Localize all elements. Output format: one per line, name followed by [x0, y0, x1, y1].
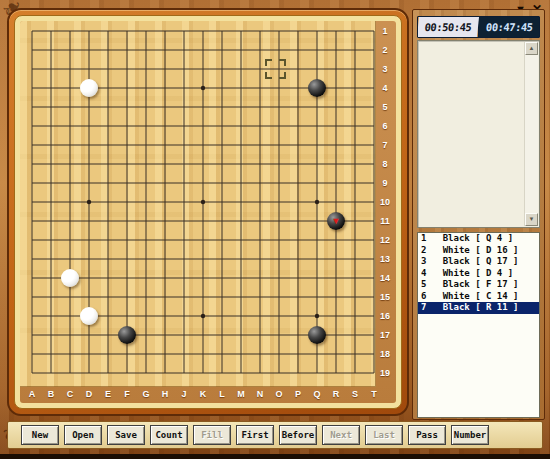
move-list[interactable]: 1 Black [ Q 4 ]2 White [ D 16 ]3 Black […: [417, 232, 540, 418]
col-label-F: F: [118, 389, 136, 399]
move-list-row-6[interactable]: 6 White [ C 14 ]: [418, 291, 539, 303]
cursor-corner-tl: [265, 59, 272, 66]
next-button: Next: [322, 425, 360, 445]
clock-right-display: 00:47:45: [478, 17, 539, 37]
right-panel: 00:50:45 00:47:45 ▲ ▼ 1 Black [ Q 4 ]2 W…: [412, 9, 545, 420]
col-label-T: T: [365, 389, 383, 399]
count-button[interactable]: Count: [150, 425, 188, 445]
move-list-row-3[interactable]: 3 Black [ Q 17 ]: [418, 256, 539, 268]
toolbar: NewOpenSaveCountFillFirstBeforeNextLastP…: [7, 421, 543, 449]
stone-black-F17: [118, 326, 136, 344]
go-game-window: ❧ ❧ ❧ ▼ ✕ ▼ ABCDEFGHJKLMNOPQRST 12345678…: [0, 0, 550, 459]
stone-black-Q4: [308, 79, 326, 97]
info-list-scrollbar[interactable]: ▲ ▼: [524, 42, 538, 226]
board-ring: ▼ ABCDEFGHJKLMNOPQRST 123456789101112131…: [14, 15, 402, 409]
game-clock: 00:50:45 00:47:45: [417, 16, 540, 38]
col-label-E: E: [99, 389, 117, 399]
row-label-18: 18: [376, 349, 394, 359]
window-bottom-edge: [0, 454, 550, 459]
col-label-R: R: [327, 389, 345, 399]
row-label-6: 6: [376, 121, 394, 131]
row-label-2: 2: [376, 45, 394, 55]
row-label-12: 12: [376, 235, 394, 245]
row-label-5: 5: [376, 102, 394, 112]
col-label-C: C: [61, 389, 79, 399]
row-label-16: 16: [376, 311, 394, 321]
row-label-1: 1: [376, 26, 394, 36]
cursor-corner-tr: [279, 59, 286, 66]
board-frame: ▼ ABCDEFGHJKLMNOPQRST 123456789101112131…: [7, 8, 409, 416]
col-label-A: A: [23, 389, 41, 399]
clock-right-time: 00:47:45: [485, 21, 533, 33]
row-label-17: 17: [376, 330, 394, 340]
row-label-4: 4: [376, 83, 394, 93]
last-button: Last: [365, 425, 403, 445]
row-label-14: 14: [376, 273, 394, 283]
row-label-13: 13: [376, 254, 394, 264]
scroll-down-icon[interactable]: ▼: [525, 213, 538, 226]
move-list-row-5[interactable]: 5 Black [ F 17 ]: [418, 279, 539, 291]
save-button[interactable]: Save: [107, 425, 145, 445]
col-label-S: S: [346, 389, 364, 399]
info-listbox[interactable]: ▲ ▼: [417, 40, 540, 228]
row-label-3: 3: [376, 64, 394, 74]
go-board[interactable]: ▼: [20, 21, 376, 387]
stone-white-C14: [61, 269, 79, 287]
open-button[interactable]: Open: [64, 425, 102, 445]
board-content: ▼ ABCDEFGHJKLMNOPQRST 123456789101112131…: [20, 21, 396, 403]
row-label-9: 9: [376, 178, 394, 188]
stone-black-Q17: [308, 326, 326, 344]
row-labels: 12345678910111213141516171819: [376, 21, 396, 387]
fill-button: Fill: [193, 425, 231, 445]
col-label-K: K: [194, 389, 212, 399]
stone-white-D16: [80, 307, 98, 325]
cursor-corner-br: [279, 72, 286, 79]
row-label-15: 15: [376, 292, 394, 302]
row-label-8: 8: [376, 159, 394, 169]
col-label-P: P: [289, 389, 307, 399]
pass-button[interactable]: Pass: [408, 425, 446, 445]
column-labels: ABCDEFGHJKLMNOPQRST: [20, 387, 376, 403]
col-label-O: O: [270, 389, 288, 399]
row-label-10: 10: [376, 197, 394, 207]
move-list-row-1[interactable]: 1 Black [ Q 4 ]: [418, 233, 539, 245]
number-button[interactable]: Number: [451, 425, 489, 445]
new-button[interactable]: New: [21, 425, 59, 445]
scroll-up-icon[interactable]: ▲: [525, 42, 538, 55]
first-button[interactable]: First: [236, 425, 274, 445]
move-list-row-4[interactable]: 4 White [ D 4 ]: [418, 268, 539, 280]
clock-left-display: 00:50:45: [417, 17, 479, 37]
col-label-Q: Q: [308, 389, 326, 399]
row-label-19: 19: [376, 368, 394, 378]
col-label-B: B: [42, 389, 60, 399]
row-label-7: 7: [376, 140, 394, 150]
board-cursor-mark: [265, 59, 286, 79]
cursor-corner-bl: [265, 72, 272, 79]
stone-white-D4: [80, 79, 98, 97]
move-list-row-2[interactable]: 2 White [ D 16 ]: [418, 245, 539, 257]
col-label-D: D: [80, 389, 98, 399]
row-label-11: 11: [376, 216, 394, 226]
move-list-row-7[interactable]: 7 Black [ R 11 ]: [418, 302, 539, 314]
col-label-N: N: [251, 389, 269, 399]
stone-black-R11: ▼: [327, 212, 345, 230]
col-label-G: G: [137, 389, 155, 399]
last-move-marker-icon: ▼: [332, 216, 341, 225]
col-label-L: L: [213, 389, 231, 399]
before-button[interactable]: Before: [279, 425, 317, 445]
col-label-M: M: [232, 389, 250, 399]
col-label-H: H: [156, 389, 174, 399]
col-label-J: J: [175, 389, 193, 399]
